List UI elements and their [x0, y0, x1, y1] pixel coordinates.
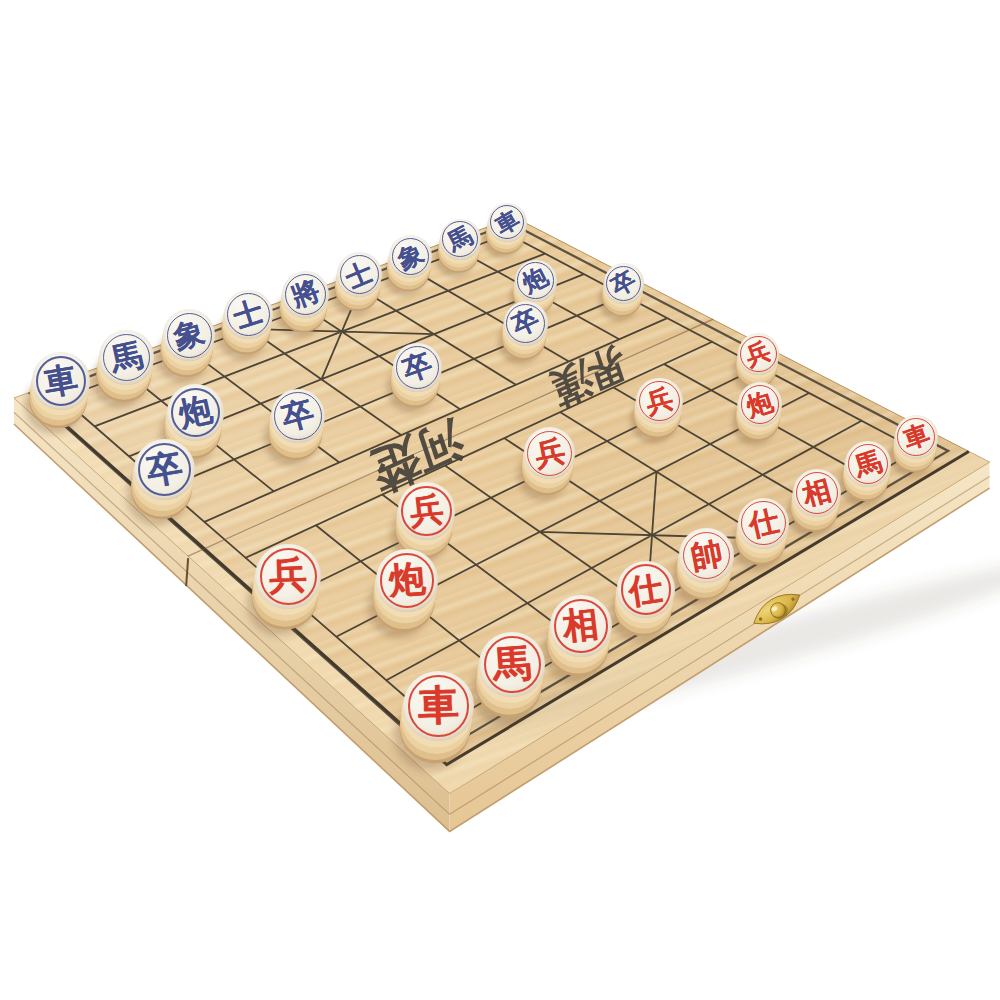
piece-glyph: 兵 [532, 436, 567, 471]
piece-red-elephant-f2r9[interactable]: 相 [550, 595, 612, 657]
piece-glyph: 相 [561, 606, 600, 645]
piece-glyph: 卒 [399, 349, 436, 386]
piece-red-cannon-f7r7[interactable]: 炮 [738, 382, 783, 427]
piece-glyph: 車 [417, 685, 459, 727]
piece-glyph: 象 [171, 317, 208, 354]
piece-glyph: 車 [42, 361, 81, 400]
piece-glyph: 馬 [108, 339, 146, 377]
piece-glyph: 炮 [176, 393, 215, 432]
piece-red-general-f4r9[interactable]: 帥 [679, 528, 733, 582]
piece-glyph: 卒 [144, 449, 185, 490]
piece-glyph: 馬 [444, 223, 476, 255]
piece-blue-general-f4r0[interactable]: 將 [282, 271, 329, 318]
piece-glyph: 士 [342, 258, 376, 292]
piece-glyph: 炮 [388, 561, 427, 600]
piece-blue-chariot-f0r0[interactable]: 車 [32, 352, 90, 410]
piece-glyph: 帥 [688, 537, 725, 574]
piece-glyph: 卒 [608, 267, 640, 299]
piece-glyph: 兵 [643, 385, 676, 418]
piece-glyph: 車 [900, 421, 932, 453]
piece-glyph: 兵 [268, 557, 307, 596]
piece-glyph: 馬 [851, 448, 884, 481]
piece-blue-elephant-f2r0[interactable]: 象 [163, 309, 215, 361]
piece-glyph: 卒 [278, 396, 317, 435]
piece-red-advisor-f5r9[interactable]: 仕 [738, 498, 789, 549]
piece-blue-chariot-f8r0[interactable]: 車 [488, 203, 527, 242]
piece-glyph: 卒 [509, 306, 543, 340]
piece-red-chariot-f8r9[interactable]: 車 [895, 415, 938, 458]
piece-blue-horse-f7r0[interactable]: 馬 [440, 219, 481, 260]
piece-glyph: 兵 [408, 493, 445, 530]
piece-glyph: 象 [394, 240, 427, 273]
piece-glyph: 相 [800, 476, 834, 510]
piece-red-soldier-f2r6[interactable]: 兵 [398, 482, 456, 540]
piece-glyph: 兵 [743, 339, 774, 370]
piece-blue-soldier-f2r3[interactable]: 卒 [271, 389, 326, 444]
piece-glyph: 炮 [744, 388, 776, 420]
piece-blue-horse-f1r0[interactable]: 馬 [99, 330, 154, 385]
piece-red-horse-f1r9[interactable]: 馬 [479, 632, 545, 698]
piece-red-advisor-f3r9[interactable]: 仕 [617, 561, 675, 619]
xiangqi-product-photo: 楚河漢界 車馬象士炮卒將士卒象兵馬卒車兵炮炮卒車兵馬卒相兵仕帥兵炮仕相馬車 [0, 0, 1000, 1000]
piece-glyph: 馬 [492, 644, 533, 685]
piece-glyph: 車 [492, 207, 523, 238]
piece-blue-elephant-f6r0[interactable]: 象 [389, 235, 432, 278]
piece-blue-advisor-f5r0[interactable]: 士 [337, 252, 382, 297]
piece-blue-soldier-f8r3[interactable]: 卒 [604, 263, 645, 304]
board-grid-and-case: 楚河漢界 [0, 0, 1000, 1000]
piece-red-cannon-f1r7[interactable]: 炮 [376, 549, 439, 612]
piece-glyph: 士 [231, 296, 267, 332]
piece-blue-advisor-f3r0[interactable]: 士 [224, 290, 273, 339]
piece-blue-soldier-f4r3[interactable]: 卒 [393, 343, 442, 392]
piece-blue-cannon-f1r2[interactable]: 炮 [167, 384, 224, 441]
piece-glyph: 將 [288, 277, 323, 312]
piece-glyph: 炮 [519, 264, 552, 297]
piece-red-horse-f7r9[interactable]: 馬 [845, 441, 891, 487]
piece-glyph: 仕 [746, 505, 782, 541]
piece-blue-cannon-f7r2[interactable]: 炮 [515, 260, 557, 302]
piece-glyph: 仕 [627, 570, 665, 608]
piece-red-soldier-f6r6[interactable]: 兵 [636, 378, 682, 424]
piece-blue-soldier-f0r3[interactable]: 卒 [134, 439, 195, 500]
piece-blue-soldier-f6r3[interactable]: 卒 [504, 301, 549, 346]
piece-red-soldier-f4r6[interactable]: 兵 [524, 427, 576, 479]
piece-red-chariot-f0r9[interactable]: 車 [403, 671, 474, 742]
piece-red-soldier-f0r6[interactable]: 兵 [255, 544, 320, 609]
